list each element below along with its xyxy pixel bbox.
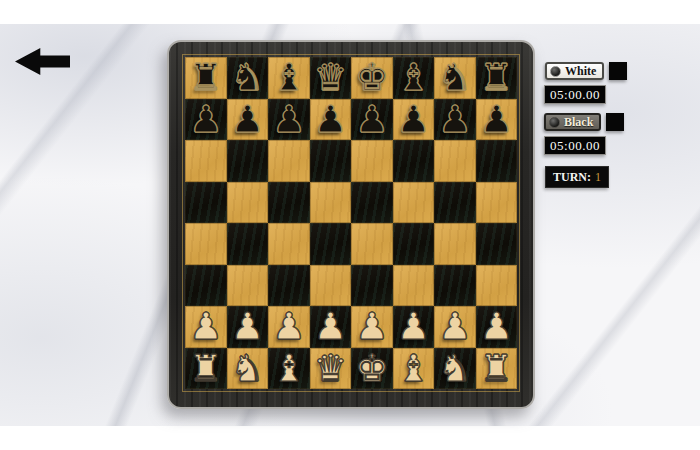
piece-white-pawn: ♟ [189, 308, 222, 345]
piece-black-pawn: ♟ [438, 101, 471, 138]
piece-black-bishop: ♝ [272, 59, 305, 96]
piece-black-pawn: ♟ [355, 101, 388, 138]
piece-black-bishop: ♝ [397, 59, 430, 96]
square-g4[interactable] [434, 223, 476, 265]
piece-black-pawn: ♟ [272, 101, 305, 138]
white-player-button[interactable]: White [545, 62, 604, 80]
square-b5[interactable] [227, 182, 269, 224]
black-clock: 05:00.00 [544, 136, 606, 155]
chess-board-frame: ♜♞♝♛♚♝♞♜♟♟♟♟♟♟♟♟♟♟♟♟♟♟♟♟♜♞♝♛♚♝♞♜ [167, 40, 535, 409]
square-d5[interactable] [310, 182, 352, 224]
square-a4[interactable] [185, 223, 227, 265]
square-h3[interactable] [476, 265, 518, 307]
square-b7[interactable]: ♟ [227, 99, 269, 141]
piece-black-queen: ♛ [314, 59, 347, 96]
square-c6[interactable] [268, 140, 310, 182]
square-d8[interactable]: ♛ [310, 57, 352, 99]
square-b8[interactable]: ♞ [227, 57, 269, 99]
piece-white-pawn: ♟ [355, 308, 388, 345]
black-turn-indicator-icon [549, 117, 560, 128]
square-c8[interactable]: ♝ [268, 57, 310, 99]
square-d6[interactable] [310, 140, 352, 182]
square-a2[interactable]: ♟ [185, 306, 227, 348]
square-e1[interactable]: ♚ [351, 348, 393, 390]
white-option-button[interactable] [609, 62, 627, 80]
white-player-label: White [565, 64, 596, 79]
piece-white-bishop: ♝ [397, 350, 430, 387]
piece-white-rook: ♜ [480, 350, 513, 387]
square-h6[interactable] [476, 140, 518, 182]
square-h7[interactable]: ♟ [476, 99, 518, 141]
piece-black-knight: ♞ [231, 59, 264, 96]
square-g6[interactable] [434, 140, 476, 182]
square-h2[interactable]: ♟ [476, 306, 518, 348]
square-a1[interactable]: ♜ [185, 348, 227, 390]
piece-black-king: ♚ [355, 59, 388, 96]
piece-black-pawn: ♟ [189, 101, 222, 138]
square-c2[interactable]: ♟ [268, 306, 310, 348]
black-option-button[interactable] [606, 113, 624, 131]
square-b4[interactable] [227, 223, 269, 265]
turn-number: 1 [595, 170, 601, 185]
piece-white-knight: ♞ [438, 350, 471, 387]
square-d2[interactable]: ♟ [310, 306, 352, 348]
square-g7[interactable]: ♟ [434, 99, 476, 141]
square-a6[interactable] [185, 140, 227, 182]
square-f5[interactable] [393, 182, 435, 224]
back-arrow-icon [15, 48, 70, 75]
square-d7[interactable]: ♟ [310, 99, 352, 141]
piece-white-pawn: ♟ [231, 308, 264, 345]
white-player-row: White [545, 62, 627, 80]
square-a5[interactable] [185, 182, 227, 224]
square-d3[interactable] [310, 265, 352, 307]
piece-black-pawn: ♟ [397, 101, 430, 138]
square-b6[interactable] [227, 140, 269, 182]
piece-white-knight: ♞ [231, 350, 264, 387]
square-b3[interactable] [227, 265, 269, 307]
square-c1[interactable]: ♝ [268, 348, 310, 390]
piece-white-rook: ♜ [189, 350, 222, 387]
game-stage: ♜♞♝♛♚♝♞♜♟♟♟♟♟♟♟♟♟♟♟♟♟♟♟♟♜♞♝♛♚♝♞♜ White 0… [0, 0, 700, 450]
square-c4[interactable] [268, 223, 310, 265]
square-f2[interactable]: ♟ [393, 306, 435, 348]
square-a7[interactable]: ♟ [185, 99, 227, 141]
square-e6[interactable] [351, 140, 393, 182]
piece-white-pawn: ♟ [438, 308, 471, 345]
square-b2[interactable]: ♟ [227, 306, 269, 348]
square-g2[interactable]: ♟ [434, 306, 476, 348]
piece-black-rook: ♜ [189, 59, 222, 96]
chess-board: ♜♞♝♛♚♝♞♜♟♟♟♟♟♟♟♟♟♟♟♟♟♟♟♟♜♞♝♛♚♝♞♜ [185, 57, 517, 389]
square-e3[interactable] [351, 265, 393, 307]
square-f7[interactable]: ♟ [393, 99, 435, 141]
square-f4[interactable] [393, 223, 435, 265]
piece-white-pawn: ♟ [314, 308, 347, 345]
square-e7[interactable]: ♟ [351, 99, 393, 141]
piece-white-pawn: ♟ [397, 308, 430, 345]
square-d4[interactable] [310, 223, 352, 265]
square-g5[interactable] [434, 182, 476, 224]
white-turn-indicator-icon [550, 66, 561, 77]
back-button[interactable] [15, 48, 70, 75]
square-a8[interactable]: ♜ [185, 57, 227, 99]
square-g8[interactable]: ♞ [434, 57, 476, 99]
square-f3[interactable] [393, 265, 435, 307]
piece-white-bishop: ♝ [272, 350, 305, 387]
square-e5[interactable] [351, 182, 393, 224]
square-h4[interactable] [476, 223, 518, 265]
square-g3[interactable] [434, 265, 476, 307]
piece-black-knight: ♞ [438, 59, 471, 96]
square-f1[interactable]: ♝ [393, 348, 435, 390]
white-clock: 05:00.00 [544, 85, 606, 104]
piece-black-pawn: ♟ [314, 101, 347, 138]
square-e4[interactable] [351, 223, 393, 265]
square-e8[interactable]: ♚ [351, 57, 393, 99]
square-h5[interactable] [476, 182, 518, 224]
square-d1[interactable]: ♛ [310, 348, 352, 390]
square-c3[interactable] [268, 265, 310, 307]
square-f6[interactable] [393, 140, 435, 182]
piece-black-pawn: ♟ [480, 101, 513, 138]
square-b1[interactable]: ♞ [227, 348, 269, 390]
square-g1[interactable]: ♞ [434, 348, 476, 390]
piece-white-pawn: ♟ [272, 308, 305, 345]
black-player-row: Black [544, 113, 624, 131]
square-e2[interactable]: ♟ [351, 306, 393, 348]
black-player-label: Black [564, 115, 593, 130]
square-h8[interactable]: ♜ [476, 57, 518, 99]
piece-black-rook: ♜ [480, 59, 513, 96]
square-c7[interactable]: ♟ [268, 99, 310, 141]
square-c5[interactable] [268, 182, 310, 224]
square-h1[interactable]: ♜ [476, 348, 518, 390]
piece-white-pawn: ♟ [480, 308, 513, 345]
square-f8[interactable]: ♝ [393, 57, 435, 99]
turn-indicator: TURN: 1 [545, 166, 609, 188]
turn-label: TURN: [553, 170, 591, 185]
piece-white-king: ♚ [355, 350, 388, 387]
square-a3[interactable] [185, 265, 227, 307]
black-player-button[interactable]: Black [544, 113, 601, 131]
piece-black-pawn: ♟ [231, 101, 264, 138]
piece-white-queen: ♛ [314, 350, 347, 387]
